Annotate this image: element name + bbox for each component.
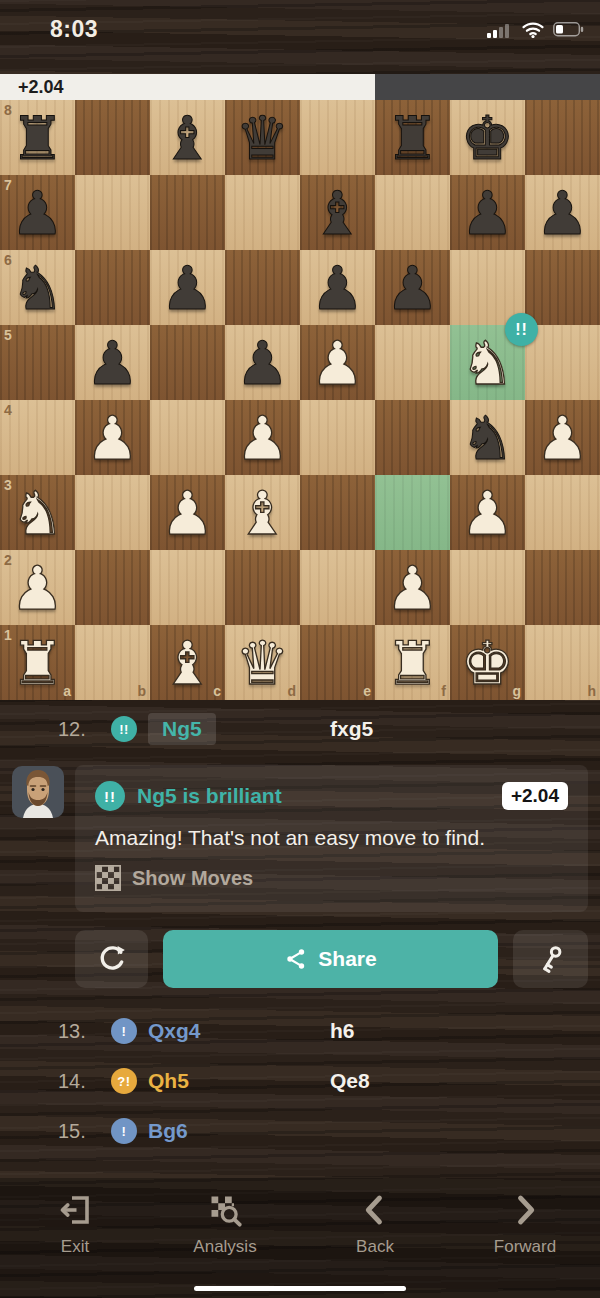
black-pawn-f6: ♟ bbox=[375, 250, 450, 325]
black-bishop-e7: ♝ bbox=[300, 175, 375, 250]
square-g3[interactable]: ♟ bbox=[450, 475, 525, 550]
square-h3[interactable] bbox=[525, 475, 600, 550]
black-bishop-c8: ♝ bbox=[150, 100, 225, 175]
share-button[interactable]: Share bbox=[163, 930, 498, 988]
coach-avatar bbox=[12, 766, 64, 818]
white-pawn-g3: ♟ bbox=[450, 475, 525, 550]
move-white-bg6[interactable]: Bg6 bbox=[148, 1119, 188, 1143]
square-c3[interactable]: ♟ bbox=[150, 475, 225, 550]
file-label: g bbox=[512, 683, 521, 699]
square-c4[interactable] bbox=[150, 400, 225, 475]
square-b1[interactable]: b bbox=[75, 625, 150, 700]
square-c5[interactable] bbox=[150, 325, 225, 400]
rank-label: 7 bbox=[4, 177, 12, 193]
square-d8[interactable]: ♛ bbox=[225, 100, 300, 175]
square-c1[interactable]: c♝ bbox=[150, 625, 225, 700]
square-f1[interactable]: f♜ bbox=[375, 625, 450, 700]
square-h7[interactable]: ♟ bbox=[525, 175, 600, 250]
share-label: Share bbox=[318, 947, 376, 971]
chess-board[interactable]: 8♜♝♛♜♚7♟♝♟♟6♞♟♟♟5♟♟♟♞!!4♟♟♞♟3♞♟♝♟2♟♟1a♜b… bbox=[0, 100, 600, 700]
square-e3[interactable] bbox=[300, 475, 375, 550]
black-knight-g4: ♞ bbox=[450, 400, 525, 475]
square-e5[interactable]: ♟ bbox=[300, 325, 375, 400]
exit-icon bbox=[57, 1192, 93, 1228]
status-time: 8:03 bbox=[50, 16, 98, 43]
file-label: c bbox=[213, 683, 221, 699]
move-number: 15. bbox=[58, 1120, 86, 1143]
move-white-qxg4[interactable]: Qxg4 bbox=[148, 1019, 201, 1043]
analysis-label: Analysis bbox=[193, 1237, 256, 1257]
move-number: 13. bbox=[58, 1020, 86, 1043]
move-row-13: 13. ! Qxg4 h6 bbox=[0, 1008, 600, 1054]
evaluation-bar-white: +2.04 bbox=[0, 74, 375, 100]
white-rook-f1: ♜ bbox=[375, 625, 450, 700]
exit-button[interactable]: Exit bbox=[0, 1178, 150, 1298]
square-a5[interactable]: 5 bbox=[0, 325, 75, 400]
back-label: Back bbox=[356, 1237, 394, 1257]
square-d5[interactable]: ♟ bbox=[225, 325, 300, 400]
chevron-right-icon bbox=[507, 1192, 543, 1228]
square-b3[interactable] bbox=[75, 475, 150, 550]
square-a2[interactable]: 2♟ bbox=[0, 550, 75, 625]
file-label: f bbox=[441, 683, 446, 699]
move-white-ng5[interactable]: Ng5 bbox=[148, 713, 216, 745]
comment-text: Amazing! That's not an easy move to find… bbox=[95, 826, 568, 850]
move-number: 14. bbox=[58, 1070, 86, 1093]
move-black-qe8[interactable]: Qe8 bbox=[330, 1069, 370, 1093]
rank-label: 6 bbox=[4, 252, 12, 268]
rank-label: 1 bbox=[4, 627, 12, 643]
brilliant-badge-icon: !! bbox=[505, 313, 538, 346]
black-pawn-c6: ♟ bbox=[150, 250, 225, 325]
square-b8[interactable] bbox=[75, 100, 150, 175]
square-b2[interactable] bbox=[75, 550, 150, 625]
black-queen-d8: ♛ bbox=[225, 100, 300, 175]
key-icon bbox=[536, 944, 566, 974]
white-pawn-h4: ♟ bbox=[525, 400, 600, 475]
show-moves-label: Show Moves bbox=[132, 867, 253, 890]
black-pawn-d5: ♟ bbox=[225, 325, 300, 400]
square-g5[interactable]: ♞!! bbox=[450, 325, 525, 400]
chevron-left-icon bbox=[357, 1192, 393, 1228]
move-black-h6[interactable]: h6 bbox=[330, 1019, 355, 1043]
good-move-badge-icon: ! bbox=[111, 1118, 137, 1144]
square-a7[interactable]: 7♟ bbox=[0, 175, 75, 250]
square-e1[interactable]: e bbox=[300, 625, 375, 700]
status-icons bbox=[487, 21, 584, 38]
file-label: a bbox=[63, 683, 71, 699]
move-white-qh5[interactable]: Qh5 bbox=[148, 1069, 189, 1093]
square-d3[interactable]: ♝ bbox=[225, 475, 300, 550]
refresh-icon bbox=[96, 943, 128, 975]
good-move-badge-icon: ! bbox=[111, 1018, 137, 1044]
comment-title: Ng5 is brilliant bbox=[137, 784, 502, 808]
square-e2[interactable] bbox=[300, 550, 375, 625]
exit-label: Exit bbox=[61, 1237, 89, 1257]
square-f5[interactable] bbox=[375, 325, 450, 400]
rank-label: 2 bbox=[4, 552, 12, 568]
checkerboard-icon bbox=[95, 865, 121, 891]
square-h2[interactable] bbox=[525, 550, 600, 625]
move-number: 12. bbox=[58, 718, 86, 741]
white-pawn-c3: ♟ bbox=[150, 475, 225, 550]
file-label: d bbox=[287, 683, 296, 699]
square-f3[interactable] bbox=[375, 475, 450, 550]
rank-label: 5 bbox=[4, 327, 12, 343]
wifi-icon bbox=[521, 21, 545, 38]
square-h4[interactable]: ♟ bbox=[525, 400, 600, 475]
rank-label: 3 bbox=[4, 477, 12, 493]
white-pawn-f2: ♟ bbox=[375, 550, 450, 625]
square-g8[interactable]: ♚ bbox=[450, 100, 525, 175]
square-c2[interactable] bbox=[150, 550, 225, 625]
square-h1[interactable]: h bbox=[525, 625, 600, 700]
square-d6[interactable] bbox=[225, 250, 300, 325]
square-a8[interactable]: 8♜ bbox=[0, 100, 75, 175]
square-h8[interactable] bbox=[525, 100, 600, 175]
bottom-nav: Exit Analysis Back Forw bbox=[0, 1178, 600, 1298]
square-g2[interactable] bbox=[450, 550, 525, 625]
square-b5[interactable]: ♟ bbox=[75, 325, 150, 400]
evaluation-score: +2.04 bbox=[0, 77, 64, 98]
square-e8[interactable] bbox=[300, 100, 375, 175]
white-pawn-e5: ♟ bbox=[300, 325, 375, 400]
square-f7[interactable] bbox=[375, 175, 450, 250]
white-bishop-d3: ♝ bbox=[225, 475, 300, 550]
move-row-15: 15. ! Bg6 bbox=[0, 1108, 600, 1154]
square-c6[interactable]: ♟ bbox=[150, 250, 225, 325]
square-d2[interactable] bbox=[225, 550, 300, 625]
white-pawn-d4: ♟ bbox=[225, 400, 300, 475]
square-c7[interactable] bbox=[150, 175, 225, 250]
file-label: b bbox=[137, 683, 146, 699]
square-a1[interactable]: 1a♜ bbox=[0, 625, 75, 700]
square-b7[interactable] bbox=[75, 175, 150, 250]
black-rook-f8: ♜ bbox=[375, 100, 450, 175]
signal-icon bbox=[487, 22, 513, 38]
square-c8[interactable]: ♝ bbox=[150, 100, 225, 175]
file-label: e bbox=[363, 683, 371, 699]
square-e6[interactable]: ♟ bbox=[300, 250, 375, 325]
black-pawn-h7: ♟ bbox=[525, 175, 600, 250]
square-f2[interactable]: ♟ bbox=[375, 550, 450, 625]
share-icon bbox=[284, 947, 308, 971]
square-d4[interactable]: ♟ bbox=[225, 400, 300, 475]
show-moves-button[interactable]: Show Moves bbox=[95, 865, 568, 891]
square-h6[interactable] bbox=[525, 250, 600, 325]
black-king-g8: ♚ bbox=[450, 100, 525, 175]
square-a3[interactable]: 3♞ bbox=[0, 475, 75, 550]
square-g7[interactable]: ♟ bbox=[450, 175, 525, 250]
move-black-fxg5[interactable]: fxg5 bbox=[330, 717, 373, 741]
move-row-14: 14. ?! Qh5 Qe8 bbox=[0, 1058, 600, 1104]
square-b6[interactable] bbox=[75, 250, 150, 325]
black-pawn-e6: ♟ bbox=[300, 250, 375, 325]
square-d7[interactable] bbox=[225, 175, 300, 250]
move-row-12: 12. !! Ng5 fxg5 bbox=[0, 706, 600, 752]
eval-badge: +2.04 bbox=[502, 782, 568, 810]
square-b4[interactable]: ♟ bbox=[75, 400, 150, 475]
square-f8[interactable]: ♜ bbox=[375, 100, 450, 175]
brilliant-badge-icon: !! bbox=[111, 716, 137, 742]
forward-button[interactable]: Forward bbox=[450, 1178, 600, 1298]
square-a6[interactable]: 6♞ bbox=[0, 250, 75, 325]
square-g1[interactable]: g♚ bbox=[450, 625, 525, 700]
coach-comment-card: !! Ng5 is brilliant +2.04 Amazing! That'… bbox=[75, 765, 588, 912]
analysis-button[interactable]: Analysis bbox=[150, 1178, 300, 1298]
analysis-icon bbox=[207, 1192, 243, 1228]
square-d1[interactable]: d♛ bbox=[225, 625, 300, 700]
home-indicator[interactable] bbox=[194, 1286, 406, 1291]
rank-label: 4 bbox=[4, 402, 12, 418]
square-e4[interactable] bbox=[300, 400, 375, 475]
square-a4[interactable]: 4 bbox=[0, 400, 75, 475]
evaluation-bar: +2.04 bbox=[0, 74, 600, 100]
brilliant-badge-icon: !! bbox=[95, 781, 125, 811]
square-e7[interactable]: ♝ bbox=[300, 175, 375, 250]
inaccuracy-badge-icon: ?! bbox=[111, 1068, 137, 1094]
back-button[interactable]: Back bbox=[300, 1178, 450, 1298]
phone-screen: 8:03 +2.04 8♜♝♛♜♚7♟♝♟♟6♞♟♟♟5♟♟♟♞!!4♟♟♞♟3… bbox=[0, 0, 600, 1298]
file-label: h bbox=[587, 683, 596, 699]
battery-icon bbox=[553, 22, 584, 37]
retry-button[interactable] bbox=[75, 930, 148, 988]
black-pawn-g7: ♟ bbox=[450, 175, 525, 250]
rank-label: 8 bbox=[4, 102, 12, 118]
forward-label: Forward bbox=[494, 1237, 556, 1257]
black-pawn-b5: ♟ bbox=[75, 325, 150, 400]
square-f6[interactable]: ♟ bbox=[375, 250, 450, 325]
key-button[interactable] bbox=[513, 930, 588, 988]
white-pawn-b4: ♟ bbox=[75, 400, 150, 475]
square-g4[interactable]: ♞ bbox=[450, 400, 525, 475]
square-f4[interactable] bbox=[375, 400, 450, 475]
